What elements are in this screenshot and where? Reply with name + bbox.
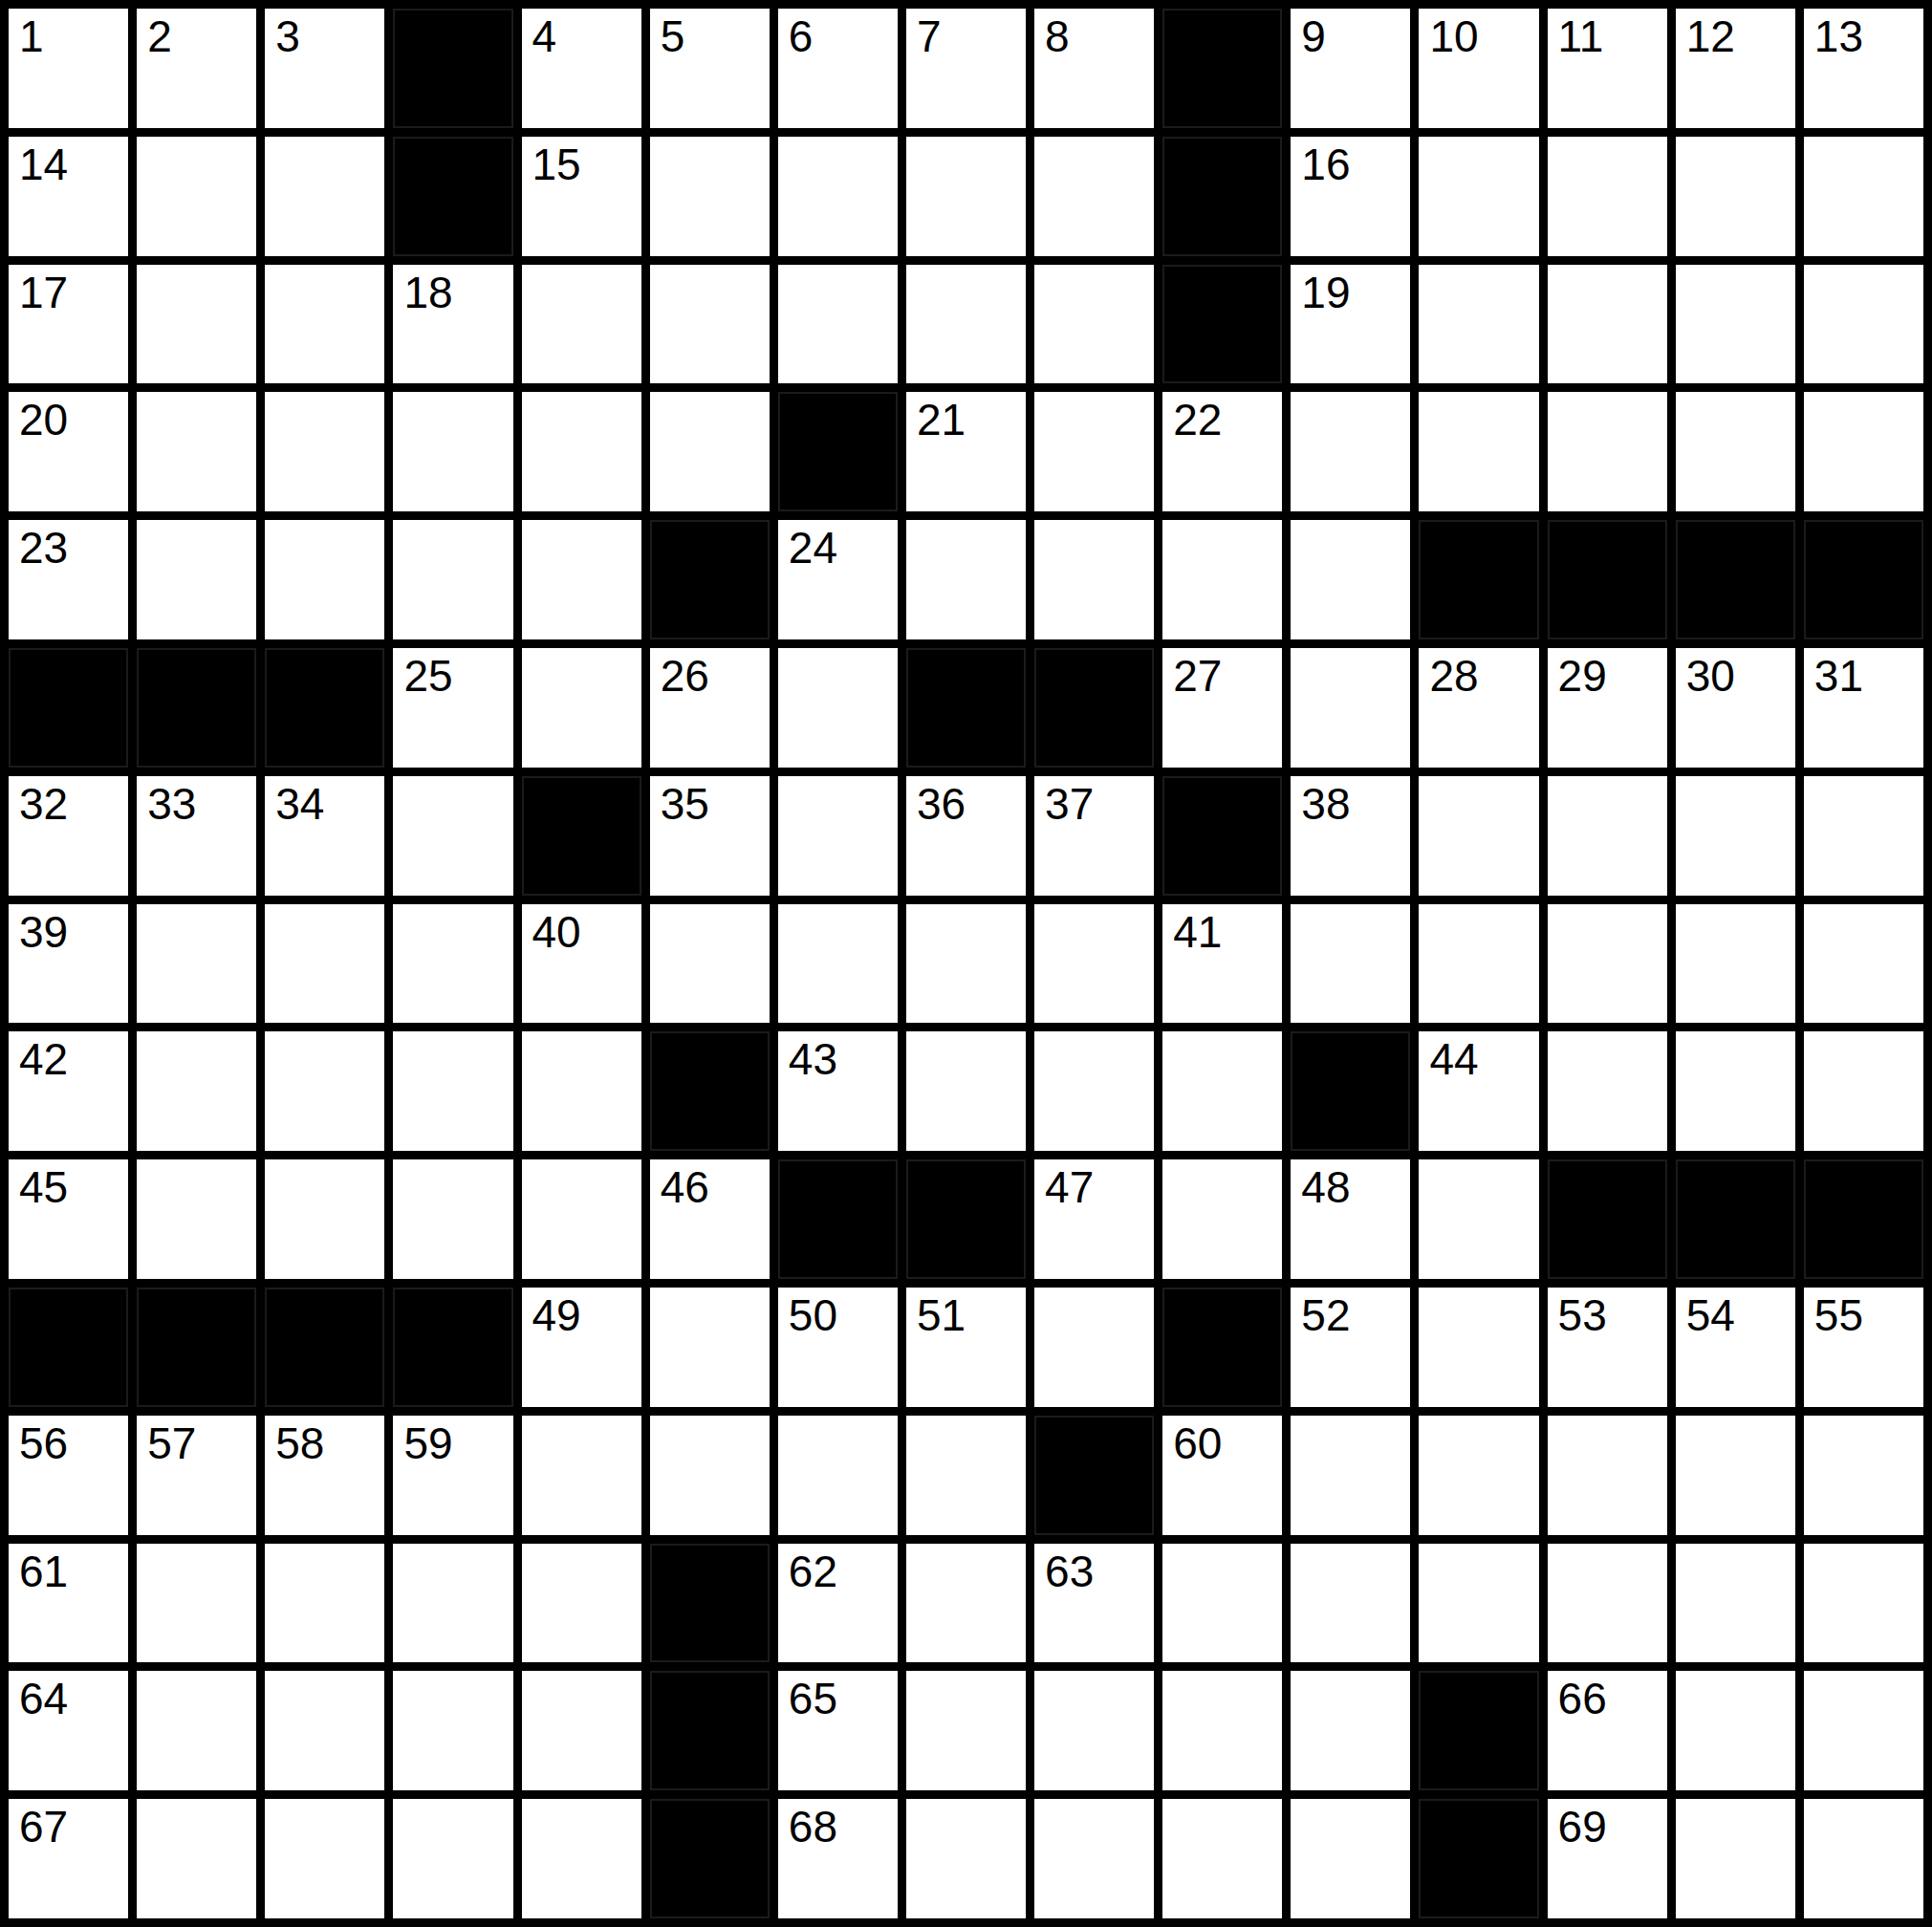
clue-number-50: 50 bbox=[789, 1292, 837, 1338]
white-cell-r8c9[interactable] bbox=[1034, 904, 1154, 1024]
white-cell-r14c9[interactable] bbox=[1034, 1671, 1154, 1790]
white-cell-r3c14[interactable] bbox=[1676, 265, 1795, 384]
white-cell-r2c5[interactable]: 15 bbox=[522, 137, 641, 256]
white-cell-r7c2[interactable]: 33 bbox=[137, 776, 256, 896]
white-cell-r6c14[interactable]: 30 bbox=[1676, 648, 1795, 768]
white-cell-r6c10[interactable]: 27 bbox=[1162, 648, 1282, 768]
clue-number-34: 34 bbox=[275, 781, 324, 827]
white-cell-r13c15[interactable] bbox=[1804, 1544, 1923, 1663]
white-cell-r7c15[interactable] bbox=[1804, 776, 1923, 896]
white-cell-r4c5[interactable] bbox=[522, 392, 641, 511]
clue-number-41: 41 bbox=[1173, 909, 1222, 955]
white-cell-r11c13[interactable]: 53 bbox=[1548, 1288, 1667, 1407]
white-cell-r2c15[interactable] bbox=[1804, 137, 1923, 256]
white-cell-r5c1[interactable]: 23 bbox=[9, 520, 128, 639]
white-cell-r3c2[interactable] bbox=[137, 265, 256, 384]
black-cell-r6c3 bbox=[265, 648, 384, 768]
white-cell-r9c13[interactable] bbox=[1548, 1031, 1667, 1151]
white-cell-r13c14[interactable] bbox=[1676, 1544, 1795, 1663]
black-cell-r11c1 bbox=[9, 1288, 128, 1407]
clue-number-26: 26 bbox=[661, 653, 709, 699]
white-cell-r12c3[interactable]: 58 bbox=[265, 1416, 384, 1535]
white-cell-r15c1[interactable]: 67 bbox=[9, 1799, 128, 1918]
white-cell-r8c8[interactable] bbox=[906, 904, 1026, 1024]
white-cell-r14c10[interactable] bbox=[1162, 1671, 1282, 1790]
white-cell-r3c11[interactable]: 19 bbox=[1291, 265, 1410, 384]
clue-number-49: 49 bbox=[532, 1292, 581, 1338]
black-cell-r5c6 bbox=[650, 520, 770, 639]
white-cell-r11c11[interactable]: 52 bbox=[1291, 1288, 1410, 1407]
clue-number-46: 46 bbox=[661, 1164, 709, 1210]
clue-number-66: 66 bbox=[1558, 1676, 1607, 1721]
white-cell-r14c2[interactable] bbox=[137, 1671, 256, 1790]
white-cell-r14c7[interactable]: 65 bbox=[778, 1671, 898, 1790]
black-cell-r7c5 bbox=[522, 776, 641, 896]
white-cell-r9c1[interactable]: 42 bbox=[9, 1031, 128, 1151]
white-cell-r8c1[interactable]: 39 bbox=[9, 904, 128, 1024]
clue-number-11: 11 bbox=[1558, 13, 1604, 59]
clue-number-5: 5 bbox=[661, 13, 685, 59]
white-cell-r4c6[interactable] bbox=[650, 392, 770, 511]
clue-number-42: 42 bbox=[19, 1036, 68, 1082]
white-cell-r12c12[interactable] bbox=[1419, 1416, 1538, 1535]
black-cell-r5c15 bbox=[1804, 520, 1923, 639]
white-cell-r13c5[interactable] bbox=[522, 1544, 641, 1663]
white-cell-r9c4[interactable] bbox=[393, 1031, 512, 1151]
black-cell-r10c13 bbox=[1548, 1159, 1667, 1279]
white-cell-r1c2[interactable]: 2 bbox=[137, 9, 256, 128]
clue-number-17: 17 bbox=[19, 270, 68, 315]
white-cell-r10c4[interactable] bbox=[393, 1159, 512, 1279]
white-cell-r15c15[interactable] bbox=[1804, 1799, 1923, 1918]
clue-number-60: 60 bbox=[1173, 1420, 1222, 1466]
white-cell-r7c14[interactable] bbox=[1676, 776, 1795, 896]
black-cell-r15c6 bbox=[650, 1799, 770, 1918]
white-cell-r6c11[interactable] bbox=[1291, 648, 1410, 768]
white-cell-r10c9[interactable]: 47 bbox=[1034, 1159, 1154, 1279]
clue-number-7: 7 bbox=[917, 13, 942, 59]
white-cell-r15c4[interactable] bbox=[393, 1799, 512, 1918]
clue-number-31: 31 bbox=[1814, 653, 1863, 699]
clue-number-3: 3 bbox=[275, 13, 300, 59]
clue-number-32: 32 bbox=[19, 781, 68, 827]
clue-number-65: 65 bbox=[789, 1676, 837, 1721]
clue-number-56: 56 bbox=[19, 1420, 68, 1466]
clue-number-25: 25 bbox=[403, 653, 452, 699]
white-cell-r9c2[interactable] bbox=[137, 1031, 256, 1151]
black-cell-r6c1 bbox=[9, 648, 128, 768]
clue-number-6: 6 bbox=[789, 13, 814, 59]
white-cell-r4c2[interactable] bbox=[137, 392, 256, 511]
white-cell-r3c4[interactable]: 18 bbox=[393, 265, 512, 384]
clue-number-37: 37 bbox=[1045, 781, 1094, 827]
white-cell-r1c15[interactable]: 13 bbox=[1804, 9, 1923, 128]
white-cell-r12c6[interactable] bbox=[650, 1416, 770, 1535]
white-cell-r3c15[interactable] bbox=[1804, 265, 1923, 384]
white-cell-r12c13[interactable] bbox=[1548, 1416, 1667, 1535]
black-cell-r10c8 bbox=[906, 1159, 1026, 1279]
white-cell-r12c8[interactable] bbox=[906, 1416, 1026, 1535]
white-cell-r5c3[interactable] bbox=[265, 520, 384, 639]
white-cell-r11c14[interactable]: 54 bbox=[1676, 1288, 1795, 1407]
white-cell-r5c8[interactable] bbox=[906, 520, 1026, 639]
clue-number-23: 23 bbox=[19, 525, 68, 571]
white-cell-r2c8[interactable] bbox=[906, 137, 1026, 256]
white-cell-r8c7[interactable] bbox=[778, 904, 898, 1024]
clue-number-10: 10 bbox=[1429, 13, 1478, 59]
white-cell-r5c5[interactable] bbox=[522, 520, 641, 639]
white-cell-r1c3[interactable]: 3 bbox=[265, 9, 384, 128]
black-cell-r10c15 bbox=[1804, 1159, 1923, 1279]
white-cell-r3c3[interactable] bbox=[265, 265, 384, 384]
white-cell-r13c12[interactable] bbox=[1419, 1544, 1538, 1663]
clue-number-40: 40 bbox=[532, 909, 581, 955]
white-cell-r12c10[interactable]: 60 bbox=[1162, 1416, 1282, 1535]
black-cell-r11c2 bbox=[137, 1288, 256, 1407]
white-cell-r2c11[interactable]: 16 bbox=[1291, 137, 1410, 256]
white-cell-r7c11[interactable]: 38 bbox=[1291, 776, 1410, 896]
white-cell-r4c12[interactable] bbox=[1419, 392, 1538, 511]
clue-number-67: 67 bbox=[19, 1804, 68, 1850]
white-cell-r8c15[interactable] bbox=[1804, 904, 1923, 1024]
white-cell-r11c15[interactable]: 55 bbox=[1804, 1288, 1923, 1407]
white-cell-r3c8[interactable] bbox=[906, 265, 1026, 384]
white-cell-r14c1[interactable]: 64 bbox=[9, 1671, 128, 1790]
white-cell-r8c6[interactable] bbox=[650, 904, 770, 1024]
white-cell-r6c12[interactable]: 28 bbox=[1419, 648, 1538, 768]
white-cell-r10c1[interactable]: 45 bbox=[9, 1159, 128, 1279]
clue-number-54: 54 bbox=[1686, 1292, 1735, 1338]
white-cell-r10c3[interactable] bbox=[265, 1159, 384, 1279]
white-cell-r3c1[interactable]: 17 bbox=[9, 265, 128, 384]
clue-number-22: 22 bbox=[1173, 397, 1222, 443]
white-cell-r13c7[interactable]: 62 bbox=[778, 1544, 898, 1663]
white-cell-r6c4[interactable]: 25 bbox=[393, 648, 512, 768]
clue-number-52: 52 bbox=[1301, 1292, 1350, 1338]
white-cell-r7c7[interactable] bbox=[778, 776, 898, 896]
white-cell-r9c10[interactable] bbox=[1162, 1031, 1282, 1151]
white-cell-r10c6[interactable]: 46 bbox=[650, 1159, 770, 1279]
white-cell-r11c8[interactable]: 51 bbox=[906, 1288, 1026, 1407]
white-cell-r1c12[interactable]: 10 bbox=[1419, 9, 1538, 128]
clue-number-21: 21 bbox=[917, 397, 966, 443]
white-cell-r15c2[interactable] bbox=[137, 1799, 256, 1918]
white-cell-r6c15[interactable]: 31 bbox=[1804, 648, 1923, 768]
white-cell-r3c5[interactable] bbox=[522, 265, 641, 384]
white-cell-r14c14[interactable] bbox=[1676, 1671, 1795, 1790]
white-cell-r3c6[interactable] bbox=[650, 265, 770, 384]
white-cell-r2c6[interactable] bbox=[650, 137, 770, 256]
white-cell-r2c2[interactable] bbox=[137, 137, 256, 256]
white-cell-r5c2[interactable] bbox=[137, 520, 256, 639]
clue-number-47: 47 bbox=[1045, 1164, 1094, 1210]
white-cell-r11c12[interactable] bbox=[1419, 1288, 1538, 1407]
white-cell-r4c1[interactable]: 20 bbox=[9, 392, 128, 511]
white-cell-r10c2[interactable] bbox=[137, 1159, 256, 1279]
white-cell-r7c9[interactable]: 37 bbox=[1034, 776, 1154, 896]
white-cell-r8c12[interactable] bbox=[1419, 904, 1538, 1024]
white-cell-r11c5[interactable]: 49 bbox=[522, 1288, 641, 1407]
white-cell-r15c7[interactable]: 68 bbox=[778, 1799, 898, 1918]
white-cell-r6c6[interactable]: 26 bbox=[650, 648, 770, 768]
white-cell-r14c8[interactable] bbox=[906, 1671, 1026, 1790]
white-cell-r14c13[interactable]: 66 bbox=[1548, 1671, 1667, 1790]
white-cell-r9c15[interactable] bbox=[1804, 1031, 1923, 1151]
clue-number-9: 9 bbox=[1301, 13, 1326, 59]
black-cell-r1c4 bbox=[393, 9, 512, 128]
white-cell-r7c12[interactable] bbox=[1419, 776, 1538, 896]
clue-number-2: 2 bbox=[147, 13, 172, 59]
white-cell-r1c9[interactable]: 8 bbox=[1034, 9, 1154, 128]
clue-number-20: 20 bbox=[19, 397, 68, 443]
white-cell-r15c3[interactable] bbox=[265, 1799, 384, 1918]
white-cell-r4c8[interactable]: 21 bbox=[906, 392, 1026, 511]
black-cell-r10c14 bbox=[1676, 1159, 1795, 1279]
black-cell-r5c12 bbox=[1419, 520, 1538, 639]
white-cell-r15c10[interactable] bbox=[1162, 1799, 1282, 1918]
white-cell-r5c9[interactable] bbox=[1034, 520, 1154, 639]
white-cell-r13c11[interactable] bbox=[1291, 1544, 1410, 1663]
clue-number-8: 8 bbox=[1045, 13, 1070, 59]
white-cell-r9c12[interactable]: 44 bbox=[1419, 1031, 1538, 1151]
white-cell-r12c11[interactable] bbox=[1291, 1416, 1410, 1535]
white-cell-r5c11[interactable] bbox=[1291, 520, 1410, 639]
white-cell-r7c8[interactable]: 36 bbox=[906, 776, 1026, 896]
white-cell-r15c14[interactable] bbox=[1676, 1799, 1795, 1918]
white-cell-r1c1[interactable]: 1 bbox=[9, 9, 128, 128]
white-cell-r14c15[interactable] bbox=[1804, 1671, 1923, 1790]
white-cell-r15c11[interactable] bbox=[1291, 1799, 1410, 1918]
black-cell-r6c2 bbox=[137, 648, 256, 768]
black-cell-r11c4 bbox=[393, 1288, 512, 1407]
black-cell-r6c9 bbox=[1034, 648, 1154, 768]
clue-number-27: 27 bbox=[1173, 653, 1222, 699]
white-cell-r7c4[interactable] bbox=[393, 776, 512, 896]
white-cell-r1c14[interactable]: 12 bbox=[1676, 9, 1795, 128]
white-cell-r15c13[interactable]: 69 bbox=[1548, 1799, 1667, 1918]
white-cell-r4c15[interactable] bbox=[1804, 392, 1923, 511]
white-cell-r7c1[interactable]: 32 bbox=[9, 776, 128, 896]
white-cell-r5c4[interactable] bbox=[393, 520, 512, 639]
white-cell-r3c13[interactable] bbox=[1548, 265, 1667, 384]
clue-number-35: 35 bbox=[661, 781, 709, 827]
black-cell-r5c13 bbox=[1548, 520, 1667, 639]
clue-number-14: 14 bbox=[19, 141, 68, 187]
crossword-board: 1234567891011121314151617181920212223242… bbox=[0, 0, 1932, 1927]
white-cell-r4c4[interactable] bbox=[393, 392, 512, 511]
black-cell-r3c10 bbox=[1162, 265, 1282, 384]
white-cell-r15c9[interactable] bbox=[1034, 1799, 1154, 1918]
white-cell-r2c1[interactable]: 14 bbox=[9, 137, 128, 256]
white-cell-r10c5[interactable] bbox=[522, 1159, 641, 1279]
white-cell-r12c4[interactable]: 59 bbox=[393, 1416, 512, 1535]
white-cell-r10c10[interactable] bbox=[1162, 1159, 1282, 1279]
white-cell-r2c3[interactable] bbox=[265, 137, 384, 256]
white-cell-r4c3[interactable] bbox=[265, 392, 384, 511]
clue-number-36: 36 bbox=[917, 781, 966, 827]
white-cell-r4c9[interactable] bbox=[1034, 392, 1154, 511]
white-cell-r8c2[interactable] bbox=[137, 904, 256, 1024]
clue-number-48: 48 bbox=[1301, 1164, 1350, 1210]
clue-number-30: 30 bbox=[1686, 653, 1735, 699]
white-cell-r12c5[interactable] bbox=[522, 1416, 641, 1535]
black-cell-r7c10 bbox=[1162, 776, 1282, 896]
white-cell-r9c9[interactable] bbox=[1034, 1031, 1154, 1151]
black-cell-r10c7 bbox=[778, 1159, 898, 1279]
clue-number-57: 57 bbox=[147, 1420, 196, 1466]
black-cell-r15c12 bbox=[1419, 1799, 1538, 1918]
white-cell-r6c5[interactable] bbox=[522, 648, 641, 768]
white-cell-r7c3[interactable]: 34 bbox=[265, 776, 384, 896]
white-cell-r9c8[interactable] bbox=[906, 1031, 1026, 1151]
black-cell-r1c10 bbox=[1162, 9, 1282, 128]
clue-number-68: 68 bbox=[789, 1804, 837, 1850]
clue-number-12: 12 bbox=[1686, 13, 1735, 59]
clue-number-64: 64 bbox=[19, 1676, 68, 1721]
white-cell-r13c4[interactable] bbox=[393, 1544, 512, 1663]
white-cell-r10c12[interactable] bbox=[1419, 1159, 1538, 1279]
white-cell-r12c14[interactable] bbox=[1676, 1416, 1795, 1535]
white-cell-r2c13[interactable] bbox=[1548, 137, 1667, 256]
white-cell-r13c2[interactable] bbox=[137, 1544, 256, 1663]
white-cell-r2c14[interactable] bbox=[1676, 137, 1795, 256]
black-cell-r9c11 bbox=[1291, 1031, 1410, 1151]
white-cell-r13c8[interactable] bbox=[906, 1544, 1026, 1663]
white-cell-r13c13[interactable] bbox=[1548, 1544, 1667, 1663]
white-cell-r9c7[interactable]: 43 bbox=[778, 1031, 898, 1151]
white-cell-r11c9[interactable] bbox=[1034, 1288, 1154, 1407]
white-cell-r10c11[interactable]: 48 bbox=[1291, 1159, 1410, 1279]
clue-number-38: 38 bbox=[1301, 781, 1350, 827]
clue-number-55: 55 bbox=[1814, 1292, 1863, 1338]
clue-number-13: 13 bbox=[1814, 13, 1863, 59]
white-cell-r13c1[interactable]: 61 bbox=[9, 1544, 128, 1663]
clue-number-62: 62 bbox=[789, 1548, 837, 1594]
white-cell-r6c7[interactable] bbox=[778, 648, 898, 768]
white-cell-r15c5[interactable] bbox=[522, 1799, 641, 1918]
clue-number-16: 16 bbox=[1301, 141, 1350, 187]
white-cell-r1c13[interactable]: 11 bbox=[1548, 9, 1667, 128]
white-cell-r14c4[interactable] bbox=[393, 1671, 512, 1790]
white-cell-r4c11[interactable] bbox=[1291, 392, 1410, 511]
white-cell-r12c7[interactable] bbox=[778, 1416, 898, 1535]
white-cell-r7c13[interactable] bbox=[1548, 776, 1667, 896]
white-cell-r4c14[interactable] bbox=[1676, 392, 1795, 511]
clue-number-33: 33 bbox=[147, 781, 196, 827]
white-cell-r9c3[interactable] bbox=[265, 1031, 384, 1151]
white-cell-r12c15[interactable] bbox=[1804, 1416, 1923, 1535]
white-cell-r8c4[interactable] bbox=[393, 904, 512, 1024]
white-cell-r1c7[interactable]: 6 bbox=[778, 9, 898, 128]
black-cell-r14c6 bbox=[650, 1671, 770, 1790]
clue-number-45: 45 bbox=[19, 1164, 68, 1210]
white-cell-r1c11[interactable]: 9 bbox=[1291, 9, 1410, 128]
white-cell-r14c3[interactable] bbox=[265, 1671, 384, 1790]
clue-number-39: 39 bbox=[19, 909, 68, 955]
black-cell-r14c12 bbox=[1419, 1671, 1538, 1790]
white-cell-r9c14[interactable] bbox=[1676, 1031, 1795, 1151]
white-cell-r11c6[interactable] bbox=[650, 1288, 770, 1407]
black-cell-r13c6 bbox=[650, 1544, 770, 1663]
clue-number-59: 59 bbox=[403, 1420, 452, 1466]
white-cell-r9c5[interactable] bbox=[522, 1031, 641, 1151]
white-cell-r15c8[interactable] bbox=[906, 1799, 1026, 1918]
white-cell-r11c7[interactable]: 50 bbox=[778, 1288, 898, 1407]
white-cell-r8c3[interactable] bbox=[265, 904, 384, 1024]
white-cell-r8c14[interactable] bbox=[1676, 904, 1795, 1024]
clue-number-69: 69 bbox=[1558, 1804, 1607, 1850]
white-cell-r13c9[interactable]: 63 bbox=[1034, 1544, 1154, 1663]
black-cell-r9c6 bbox=[650, 1031, 770, 1151]
clue-number-19: 19 bbox=[1301, 270, 1350, 315]
clue-number-29: 29 bbox=[1558, 653, 1607, 699]
clue-number-1: 1 bbox=[19, 13, 44, 59]
white-cell-r8c11[interactable] bbox=[1291, 904, 1410, 1024]
white-cell-r1c5[interactable]: 4 bbox=[522, 9, 641, 128]
black-cell-r6c8 bbox=[906, 648, 1026, 768]
white-cell-r2c7[interactable] bbox=[778, 137, 898, 256]
white-cell-r1c6[interactable]: 5 bbox=[650, 9, 770, 128]
white-cell-r3c7[interactable] bbox=[778, 265, 898, 384]
white-cell-r6c13[interactable]: 29 bbox=[1548, 648, 1667, 768]
white-cell-r12c1[interactable]: 56 bbox=[9, 1416, 128, 1535]
white-cell-r3c12[interactable] bbox=[1419, 265, 1538, 384]
clue-number-61: 61 bbox=[19, 1548, 68, 1594]
clue-number-4: 4 bbox=[532, 13, 557, 59]
white-cell-r12c2[interactable]: 57 bbox=[137, 1416, 256, 1535]
clue-number-24: 24 bbox=[789, 525, 837, 571]
white-cell-r4c10[interactable]: 22 bbox=[1162, 392, 1282, 511]
white-cell-r8c5[interactable]: 40 bbox=[522, 904, 641, 1024]
white-cell-r14c11[interactable] bbox=[1291, 1671, 1410, 1790]
white-cell-r7c6[interactable]: 35 bbox=[650, 776, 770, 896]
clue-number-44: 44 bbox=[1429, 1036, 1478, 1082]
white-cell-r1c8[interactable]: 7 bbox=[906, 9, 1026, 128]
clue-number-53: 53 bbox=[1558, 1292, 1607, 1338]
black-cell-r2c10 bbox=[1162, 137, 1282, 256]
black-cell-r12c9 bbox=[1034, 1416, 1154, 1535]
clue-number-63: 63 bbox=[1045, 1548, 1094, 1594]
clue-number-28: 28 bbox=[1429, 653, 1478, 699]
white-cell-r3c9[interactable] bbox=[1034, 265, 1154, 384]
clue-number-58: 58 bbox=[275, 1420, 324, 1466]
white-cell-r5c10[interactable] bbox=[1162, 520, 1282, 639]
white-cell-r13c3[interactable] bbox=[265, 1544, 384, 1663]
white-cell-r8c10[interactable]: 41 bbox=[1162, 904, 1282, 1024]
black-cell-r11c10 bbox=[1162, 1288, 1282, 1407]
white-cell-r8c13[interactable] bbox=[1548, 904, 1667, 1024]
white-cell-r2c9[interactable] bbox=[1034, 137, 1154, 256]
white-cell-r14c5[interactable] bbox=[522, 1671, 641, 1790]
clue-number-15: 15 bbox=[532, 141, 581, 187]
white-cell-r13c10[interactable] bbox=[1162, 1544, 1282, 1663]
black-cell-r2c4 bbox=[393, 137, 512, 256]
black-cell-r4c7 bbox=[778, 392, 898, 511]
black-cell-r5c14 bbox=[1676, 520, 1795, 639]
white-cell-r4c13[interactable] bbox=[1548, 392, 1667, 511]
clue-number-18: 18 bbox=[403, 270, 452, 315]
clue-number-43: 43 bbox=[789, 1036, 837, 1082]
white-cell-r2c12[interactable] bbox=[1419, 137, 1538, 256]
white-cell-r5c7[interactable]: 24 bbox=[778, 520, 898, 639]
black-cell-r11c3 bbox=[265, 1288, 384, 1407]
clue-number-51: 51 bbox=[917, 1292, 966, 1338]
